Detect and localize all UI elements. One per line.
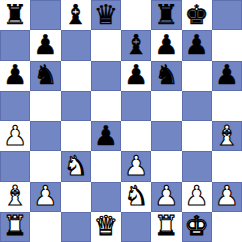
white-king-piece: ♚ — [185, 212, 209, 239]
black-pawn-piece: ♟ — [3, 61, 27, 88]
white-pawn-piece: ♟ — [3, 122, 27, 149]
black-pawn-piece: ♟ — [154, 31, 178, 58]
white-knight-piece: ♞ — [64, 152, 88, 179]
white-pawn-piece: ♟ — [154, 182, 178, 209]
square-h8[interactable] — [212, 0, 242, 30]
square-b4[interactable] — [30, 121, 60, 151]
black-bishop-piece: ♝ — [64, 1, 88, 28]
square-f5[interactable] — [151, 91, 181, 121]
square-d1[interactable]: ♛ — [91, 212, 121, 242]
square-e1[interactable] — [121, 212, 151, 242]
square-a5[interactable] — [0, 91, 30, 121]
square-h3[interactable] — [212, 151, 242, 181]
chess-board: ♜♝♛♜♚♟♝♟♟♟♞♟♞♟♟♟♝♞♟♝♟♞♟♟♟♜♛♜♚ — [0, 0, 242, 242]
square-a1[interactable]: ♜ — [0, 212, 30, 242]
square-c3[interactable]: ♞ — [61, 151, 91, 181]
square-d4[interactable]: ♟ — [91, 121, 121, 151]
square-a3[interactable] — [0, 151, 30, 181]
black-pawn-piece: ♟ — [94, 122, 118, 149]
black-king-piece: ♚ — [185, 1, 209, 28]
square-b1[interactable] — [30, 212, 60, 242]
black-knight-piece: ♞ — [33, 61, 57, 88]
square-e5[interactable] — [121, 91, 151, 121]
square-c7[interactable] — [61, 30, 91, 60]
square-d8[interactable]: ♛ — [91, 0, 121, 30]
square-b3[interactable] — [30, 151, 60, 181]
square-b6[interactable]: ♞ — [30, 61, 60, 91]
square-g7[interactable]: ♟ — [182, 30, 212, 60]
white-pawn-piece: ♟ — [215, 182, 239, 209]
black-pawn-piece: ♟ — [124, 61, 148, 88]
square-h7[interactable] — [212, 30, 242, 60]
square-c2[interactable] — [61, 182, 91, 212]
square-f2[interactable]: ♟ — [151, 182, 181, 212]
square-g5[interactable] — [182, 91, 212, 121]
square-d2[interactable] — [91, 182, 121, 212]
square-c5[interactable] — [61, 91, 91, 121]
square-b2[interactable]: ♟ — [30, 182, 60, 212]
square-a7[interactable] — [0, 30, 30, 60]
square-e2[interactable]: ♞ — [121, 182, 151, 212]
square-e4[interactable] — [121, 121, 151, 151]
square-g1[interactable]: ♚ — [182, 212, 212, 242]
square-f8[interactable]: ♜ — [151, 0, 181, 30]
square-a8[interactable]: ♜ — [0, 0, 30, 30]
black-rook-piece: ♜ — [154, 1, 178, 28]
square-h2[interactable]: ♟ — [212, 182, 242, 212]
square-d6[interactable] — [91, 61, 121, 91]
white-rook-piece: ♜ — [3, 212, 27, 239]
square-b7[interactable]: ♟ — [30, 30, 60, 60]
black-knight-piece: ♞ — [154, 61, 178, 88]
square-d7[interactable] — [91, 30, 121, 60]
square-e8[interactable] — [121, 0, 151, 30]
square-c1[interactable] — [61, 212, 91, 242]
black-rook-piece: ♜ — [3, 1, 27, 28]
square-h1[interactable] — [212, 212, 242, 242]
square-b8[interactable] — [30, 0, 60, 30]
white-knight-piece: ♞ — [124, 182, 148, 209]
square-e6[interactable]: ♟ — [121, 61, 151, 91]
white-pawn-piece: ♟ — [185, 182, 209, 209]
white-rook-piece: ♜ — [154, 212, 178, 239]
black-pawn-piece: ♟ — [215, 61, 239, 88]
square-h5[interactable] — [212, 91, 242, 121]
square-e3[interactable]: ♟ — [121, 151, 151, 181]
black-bishop-piece: ♝ — [124, 31, 148, 58]
square-a6[interactable]: ♟ — [0, 61, 30, 91]
square-b5[interactable] — [30, 91, 60, 121]
square-f4[interactable] — [151, 121, 181, 151]
square-c8[interactable]: ♝ — [61, 0, 91, 30]
square-g4[interactable] — [182, 121, 212, 151]
black-pawn-piece: ♟ — [185, 31, 209, 58]
square-g8[interactable]: ♚ — [182, 0, 212, 30]
square-g6[interactable] — [182, 61, 212, 91]
square-d5[interactable] — [91, 91, 121, 121]
square-g2[interactable]: ♟ — [182, 182, 212, 212]
square-h4[interactable]: ♝ — [212, 121, 242, 151]
white-pawn-piece: ♟ — [124, 152, 148, 179]
square-e7[interactable]: ♝ — [121, 30, 151, 60]
square-f3[interactable] — [151, 151, 181, 181]
white-bishop-piece: ♝ — [215, 122, 239, 149]
square-g3[interactable] — [182, 151, 212, 181]
square-c6[interactable] — [61, 61, 91, 91]
square-f1[interactable]: ♜ — [151, 212, 181, 242]
white-pawn-piece: ♟ — [33, 182, 57, 209]
square-h6[interactable]: ♟ — [212, 61, 242, 91]
square-f7[interactable]: ♟ — [151, 30, 181, 60]
square-f6[interactable]: ♞ — [151, 61, 181, 91]
square-c4[interactable] — [61, 121, 91, 151]
square-d3[interactable] — [91, 151, 121, 181]
black-queen-piece: ♛ — [94, 1, 118, 28]
square-a4[interactable]: ♟ — [0, 121, 30, 151]
white-bishop-piece: ♝ — [3, 182, 27, 209]
black-pawn-piece: ♟ — [33, 31, 57, 58]
white-queen-piece: ♛ — [94, 212, 118, 239]
square-a2[interactable]: ♝ — [0, 182, 30, 212]
